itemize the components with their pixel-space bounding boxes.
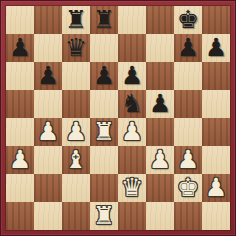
square-e7[interactable]	[118, 34, 146, 62]
square-h3[interactable]	[202, 146, 230, 174]
white-queen[interactable]: ♛	[121, 174, 143, 202]
black-pawn[interactable]: ♟	[205, 34, 227, 62]
chess-board: ♜♜♚♟♛♟♟♟♟♟♞♟♟♟♜♟♟♝♟♟♛♚♟♜	[6, 6, 230, 230]
square-e1[interactable]	[118, 202, 146, 230]
square-g5[interactable]	[174, 90, 202, 118]
square-f1[interactable]	[146, 202, 174, 230]
square-a6[interactable]	[6, 62, 34, 90]
square-e8[interactable]	[118, 6, 146, 34]
square-h5[interactable]	[202, 90, 230, 118]
square-d7[interactable]	[90, 34, 118, 62]
black-knight[interactable]: ♞	[121, 90, 143, 118]
square-f6[interactable]	[146, 62, 174, 90]
black-rook[interactable]: ♜	[93, 6, 115, 34]
square-b2[interactable]	[34, 174, 62, 202]
square-h8[interactable]	[202, 6, 230, 34]
white-pawn[interactable]: ♟	[9, 146, 31, 174]
square-f5[interactable]: ♟	[146, 90, 174, 118]
square-e2[interactable]: ♛	[118, 174, 146, 202]
square-c1[interactable]	[62, 202, 90, 230]
square-c2[interactable]	[62, 174, 90, 202]
black-pawn[interactable]: ♟	[149, 90, 171, 118]
square-g4[interactable]	[174, 118, 202, 146]
square-a3[interactable]: ♟	[6, 146, 34, 174]
square-h4[interactable]	[202, 118, 230, 146]
square-a7[interactable]: ♟	[6, 34, 34, 62]
square-a8[interactable]	[6, 6, 34, 34]
square-c8[interactable]: ♜	[62, 6, 90, 34]
square-d2[interactable]	[90, 174, 118, 202]
white-rook[interactable]: ♜	[93, 118, 115, 146]
white-pawn[interactable]: ♟	[205, 174, 227, 202]
square-h1[interactable]	[202, 202, 230, 230]
square-f7[interactable]	[146, 34, 174, 62]
square-d4[interactable]: ♜	[90, 118, 118, 146]
square-g1[interactable]	[174, 202, 202, 230]
square-c3[interactable]: ♝	[62, 146, 90, 174]
white-pawn[interactable]: ♟	[177, 146, 199, 174]
white-pawn[interactable]: ♟	[121, 118, 143, 146]
white-king[interactable]: ♚	[177, 174, 199, 202]
square-d6[interactable]: ♟	[90, 62, 118, 90]
square-b8[interactable]	[34, 6, 62, 34]
square-f2[interactable]	[146, 174, 174, 202]
chess-board-frame: ♜♜♚♟♛♟♟♟♟♟♞♟♟♟♜♟♟♝♟♟♛♚♟♜	[0, 0, 236, 236]
black-pawn[interactable]: ♟	[177, 34, 199, 62]
square-c7[interactable]: ♛	[62, 34, 90, 62]
square-g6[interactable]	[174, 62, 202, 90]
black-pawn[interactable]: ♟	[9, 34, 31, 62]
square-e3[interactable]	[118, 146, 146, 174]
square-c5[interactable]	[62, 90, 90, 118]
square-g8[interactable]: ♚	[174, 6, 202, 34]
white-rook[interactable]: ♜	[93, 202, 115, 230]
black-queen[interactable]: ♛	[65, 34, 87, 62]
square-a5[interactable]	[6, 90, 34, 118]
square-a1[interactable]	[6, 202, 34, 230]
square-a2[interactable]	[6, 174, 34, 202]
square-d8[interactable]: ♜	[90, 6, 118, 34]
square-f4[interactable]	[146, 118, 174, 146]
white-pawn[interactable]: ♟	[65, 118, 87, 146]
square-e5[interactable]: ♞	[118, 90, 146, 118]
black-pawn[interactable]: ♟	[37, 62, 59, 90]
square-a4[interactable]	[6, 118, 34, 146]
square-h7[interactable]: ♟	[202, 34, 230, 62]
square-e4[interactable]: ♟	[118, 118, 146, 146]
black-rook[interactable]: ♜	[65, 6, 87, 34]
black-pawn[interactable]: ♟	[93, 62, 115, 90]
square-b1[interactable]	[34, 202, 62, 230]
square-g3[interactable]: ♟	[174, 146, 202, 174]
square-d5[interactable]	[90, 90, 118, 118]
square-b4[interactable]: ♟	[34, 118, 62, 146]
square-d3[interactable]	[90, 146, 118, 174]
square-d1[interactable]: ♜	[90, 202, 118, 230]
square-b5[interactable]	[34, 90, 62, 118]
square-g7[interactable]: ♟	[174, 34, 202, 62]
square-b3[interactable]	[34, 146, 62, 174]
square-f8[interactable]	[146, 6, 174, 34]
square-b7[interactable]	[34, 34, 62, 62]
black-pawn[interactable]: ♟	[121, 62, 143, 90]
square-c4[interactable]: ♟	[62, 118, 90, 146]
square-h2[interactable]: ♟	[202, 174, 230, 202]
square-b6[interactable]: ♟	[34, 62, 62, 90]
square-g2[interactable]: ♚	[174, 174, 202, 202]
square-c6[interactable]	[62, 62, 90, 90]
black-king[interactable]: ♚	[177, 6, 199, 34]
white-pawn[interactable]: ♟	[149, 146, 171, 174]
white-pawn[interactable]: ♟	[37, 118, 59, 146]
square-h6[interactable]	[202, 62, 230, 90]
white-bishop[interactable]: ♝	[65, 146, 87, 174]
square-f3[interactable]: ♟	[146, 146, 174, 174]
square-e6[interactable]: ♟	[118, 62, 146, 90]
